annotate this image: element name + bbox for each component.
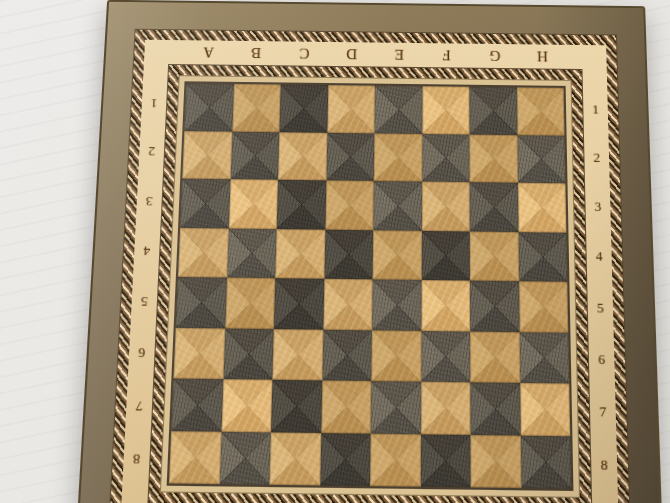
- square-d7[interactable]: [321, 380, 372, 433]
- rank-label-2: 2: [138, 128, 165, 177]
- rank-label-1: 1: [141, 80, 168, 128]
- square-g5[interactable]: [470, 281, 519, 332]
- square-g3[interactable]: [470, 182, 518, 231]
- rank-label-6: 6: [128, 328, 156, 380]
- rank-label-3: 3: [585, 182, 611, 232]
- square-h3[interactable]: [518, 183, 567, 232]
- square-h2[interactable]: [517, 135, 565, 184]
- rank-label-8: 8: [122, 432, 150, 486]
- rank-label-5: 5: [587, 282, 613, 334]
- rank-label-7: 7: [125, 380, 153, 433]
- board-field: [167, 81, 574, 491]
- board-scene: ABCDEFGH ABCDEFGH 12345678 12345678: [74, 0, 665, 503]
- square-c7[interactable]: [271, 380, 322, 433]
- square-b8[interactable]: [219, 431, 271, 485]
- file-label-c: C: [280, 41, 328, 66]
- rank-label-4: 4: [586, 232, 612, 283]
- square-f6[interactable]: [421, 330, 470, 382]
- inner-inlay-band: [147, 64, 592, 503]
- square-f2[interactable]: [422, 133, 470, 182]
- square-a2[interactable]: [182, 131, 232, 180]
- square-g2[interactable]: [469, 134, 517, 183]
- rank-label-3: 3: [136, 176, 163, 226]
- square-e3[interactable]: [373, 181, 422, 230]
- rank-label-7: 7: [590, 385, 617, 438]
- square-h7[interactable]: [520, 383, 570, 436]
- square-f7[interactable]: [421, 382, 471, 435]
- file-label-g: G: [471, 44, 519, 69]
- square-d4[interactable]: [324, 229, 373, 279]
- square-a8[interactable]: [169, 431, 221, 485]
- file-label-d: D: [327, 42, 375, 67]
- square-f3[interactable]: [421, 182, 469, 231]
- rank-label-6: 6: [588, 333, 615, 385]
- square-a6[interactable]: [174, 327, 225, 379]
- square-b2[interactable]: [230, 131, 279, 180]
- square-e4[interactable]: [373, 230, 422, 280]
- square-g4[interactable]: [470, 231, 519, 281]
- square-a4[interactable]: [178, 227, 228, 277]
- square-f4[interactable]: [421, 230, 470, 280]
- square-g1[interactable]: [469, 87, 517, 135]
- file-label-b: B: [232, 41, 280, 66]
- coordinate-band: ABCDEFGH ABCDEFGH 12345678 12345678: [120, 40, 619, 503]
- square-c8[interactable]: [269, 432, 320, 486]
- file-label-h: H: [518, 44, 566, 69]
- square-b3[interactable]: [228, 179, 278, 228]
- square-h1[interactable]: [516, 87, 564, 135]
- photo-background: ABCDEFGH ABCDEFGH 12345678 12345678: [0, 0, 670, 503]
- square-f8[interactable]: [420, 434, 470, 488]
- square-b5[interactable]: [225, 278, 275, 329]
- square-f5[interactable]: [421, 280, 470, 331]
- square-a5[interactable]: [176, 277, 227, 328]
- square-b4[interactable]: [227, 228, 277, 278]
- rank-label-2: 2: [584, 133, 610, 182]
- square-b1[interactable]: [232, 84, 281, 132]
- square-e6[interactable]: [371, 330, 421, 382]
- square-e7[interactable]: [371, 381, 421, 434]
- square-a7[interactable]: [171, 379, 223, 432]
- square-c4[interactable]: [275, 229, 325, 279]
- square-b6[interactable]: [223, 328, 274, 380]
- inner-margin-strip: [160, 75, 580, 498]
- square-f1[interactable]: [422, 86, 470, 134]
- square-a3[interactable]: [180, 179, 230, 228]
- square-c5[interactable]: [274, 278, 324, 329]
- square-d6[interactable]: [322, 329, 372, 381]
- square-h6[interactable]: [519, 332, 569, 384]
- file-label-f: F: [423, 43, 471, 68]
- square-c6[interactable]: [272, 329, 322, 381]
- rank-label-4: 4: [133, 226, 160, 277]
- rank-label-1: 1: [583, 85, 609, 133]
- square-h8[interactable]: [520, 435, 571, 489]
- outer-inlay-band: ABCDEFGH ABCDEFGH 12345678 12345678: [107, 29, 631, 503]
- square-g8[interactable]: [470, 434, 520, 488]
- square-e2[interactable]: [374, 133, 422, 182]
- square-d3[interactable]: [325, 180, 374, 229]
- square-g6[interactable]: [470, 331, 520, 383]
- square-c1[interactable]: [279, 84, 327, 132]
- square-c2[interactable]: [278, 132, 327, 181]
- square-d5[interactable]: [323, 279, 373, 330]
- square-h5[interactable]: [519, 281, 569, 332]
- square-c3[interactable]: [277, 180, 326, 229]
- square-h4[interactable]: [518, 232, 567, 282]
- square-b7[interactable]: [221, 379, 272, 432]
- square-d2[interactable]: [326, 132, 374, 181]
- square-e8[interactable]: [370, 433, 421, 487]
- square-e1[interactable]: [374, 86, 422, 134]
- square-e5[interactable]: [372, 279, 421, 330]
- square-d8[interactable]: [320, 432, 371, 486]
- square-d1[interactable]: [327, 85, 375, 133]
- file-label-e: E: [375, 43, 423, 68]
- square-g7[interactable]: [470, 382, 520, 435]
- rank-label-8: 8: [591, 438, 618, 492]
- chessboard: ABCDEFGH ABCDEFGH 12345678 12345678: [74, 0, 665, 503]
- square-a1[interactable]: [184, 83, 233, 131]
- rank-label-5: 5: [130, 276, 158, 328]
- file-label-a: A: [184, 40, 233, 65]
